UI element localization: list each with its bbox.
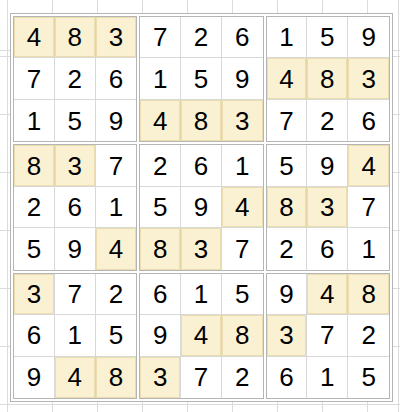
cell-r8c6[interactable]: 8: [222, 315, 263, 356]
block-2-1: 837261594: [13, 144, 137, 270]
cell-r5c8[interactable]: 3: [307, 187, 348, 228]
cell-r2c4[interactable]: 1: [140, 58, 181, 99]
cell-r2c6[interactable]: 9: [222, 58, 263, 99]
cell-r4c6[interactable]: 1: [222, 145, 263, 186]
cell-r9c6[interactable]: 2: [222, 357, 263, 398]
cell-r7c9[interactable]: 8: [348, 274, 389, 315]
block-3-3: 948372615: [266, 273, 390, 399]
cell-r6c5[interactable]: 3: [181, 228, 222, 269]
cell-r6c3[interactable]: 4: [96, 228, 137, 269]
cell-r2c3[interactable]: 6: [96, 58, 137, 99]
block-1-3: 159483726: [266, 16, 390, 142]
block-2-2: 261594837: [139, 144, 263, 270]
page-background: 4837261597261594831594837268372615942615…: [0, 0, 400, 412]
cell-r8c3[interactable]: 5: [96, 315, 137, 356]
cell-r2c9[interactable]: 3: [348, 58, 389, 99]
cell-r3c6[interactable]: 3: [222, 100, 263, 141]
cell-r1c7[interactable]: 1: [267, 17, 308, 58]
cell-r4c4[interactable]: 2: [140, 145, 181, 186]
cell-r6c2[interactable]: 9: [55, 228, 96, 269]
cell-r9c9[interactable]: 5: [348, 357, 389, 398]
cell-r4c9[interactable]: 4: [348, 145, 389, 186]
cell-r5c7[interactable]: 8: [267, 187, 308, 228]
cell-r2c8[interactable]: 8: [307, 58, 348, 99]
cell-r9c4[interactable]: 3: [140, 357, 181, 398]
cell-r8c7[interactable]: 3: [267, 315, 308, 356]
cell-r3c5[interactable]: 8: [181, 100, 222, 141]
cell-r7c2[interactable]: 7: [55, 274, 96, 315]
cell-r5c3[interactable]: 1: [96, 187, 137, 228]
cell-r7c1[interactable]: 3: [14, 274, 55, 315]
cell-r6c1[interactable]: 5: [14, 228, 55, 269]
cell-r3c4[interactable]: 4: [140, 100, 181, 141]
cell-r2c5[interactable]: 5: [181, 58, 222, 99]
cell-r5c6[interactable]: 4: [222, 187, 263, 228]
block-1-2: 726159483: [139, 16, 263, 142]
cell-r4c1[interactable]: 8: [14, 145, 55, 186]
cell-r3c2[interactable]: 5: [55, 100, 96, 141]
block-2-3: 594837261: [266, 144, 390, 270]
cell-r6c6[interactable]: 7: [222, 228, 263, 269]
cell-r4c8[interactable]: 9: [307, 145, 348, 186]
cell-r9c3[interactable]: 8: [96, 357, 137, 398]
block-1-1: 483726159: [13, 16, 137, 142]
cell-r8c9[interactable]: 2: [348, 315, 389, 356]
cell-r9c7[interactable]: 6: [267, 357, 308, 398]
cell-r8c8[interactable]: 7: [307, 315, 348, 356]
cell-r1c8[interactable]: 5: [307, 17, 348, 58]
cell-r3c7[interactable]: 7: [267, 100, 308, 141]
block-3-2: 615948372: [139, 273, 263, 399]
cell-r6c8[interactable]: 6: [307, 228, 348, 269]
cell-r5c1[interactable]: 2: [14, 187, 55, 228]
cell-r9c5[interactable]: 7: [181, 357, 222, 398]
cell-r8c1[interactable]: 6: [14, 315, 55, 356]
cell-r3c3[interactable]: 9: [96, 100, 137, 141]
cell-r1c9[interactable]: 9: [348, 17, 389, 58]
cell-r7c4[interactable]: 6: [140, 274, 181, 315]
cell-r3c1[interactable]: 1: [14, 100, 55, 141]
cell-r8c4[interactable]: 9: [140, 315, 181, 356]
cell-r3c9[interactable]: 6: [348, 100, 389, 141]
cell-r9c2[interactable]: 4: [55, 357, 96, 398]
cell-r2c2[interactable]: 2: [55, 58, 96, 99]
cell-r8c2[interactable]: 1: [55, 315, 96, 356]
sudoku-board: 4837261597261594831594837268372615942615…: [10, 13, 393, 402]
block-3-1: 372615948: [13, 273, 137, 399]
cell-r4c7[interactable]: 5: [267, 145, 308, 186]
cell-r5c9[interactable]: 7: [348, 187, 389, 228]
cell-r4c2[interactable]: 3: [55, 145, 96, 186]
cell-r2c7[interactable]: 4: [267, 58, 308, 99]
cell-r7c5[interactable]: 1: [181, 274, 222, 315]
cell-r9c1[interactable]: 9: [14, 357, 55, 398]
cell-r5c2[interactable]: 6: [55, 187, 96, 228]
cell-r1c2[interactable]: 8: [55, 17, 96, 58]
cell-r1c4[interactable]: 7: [140, 17, 181, 58]
cell-r6c7[interactable]: 2: [267, 228, 308, 269]
cell-r7c3[interactable]: 2: [96, 274, 137, 315]
cell-r7c8[interactable]: 4: [307, 274, 348, 315]
cell-r1c3[interactable]: 3: [96, 17, 137, 58]
cell-r4c3[interactable]: 7: [96, 145, 137, 186]
cell-r7c6[interactable]: 5: [222, 274, 263, 315]
cell-r1c1[interactable]: 4: [14, 17, 55, 58]
cell-r6c4[interactable]: 8: [140, 228, 181, 269]
cell-r1c5[interactable]: 2: [181, 17, 222, 58]
cell-r7c7[interactable]: 9: [267, 274, 308, 315]
cell-r5c5[interactable]: 9: [181, 187, 222, 228]
cell-r3c8[interactable]: 2: [307, 100, 348, 141]
cell-r2c1[interactable]: 7: [14, 58, 55, 99]
cell-r9c8[interactable]: 1: [307, 357, 348, 398]
cell-r4c5[interactable]: 6: [181, 145, 222, 186]
cell-r5c4[interactable]: 5: [140, 187, 181, 228]
cell-r1c6[interactable]: 6: [222, 17, 263, 58]
cell-r6c9[interactable]: 1: [348, 228, 389, 269]
cell-r8c5[interactable]: 4: [181, 315, 222, 356]
